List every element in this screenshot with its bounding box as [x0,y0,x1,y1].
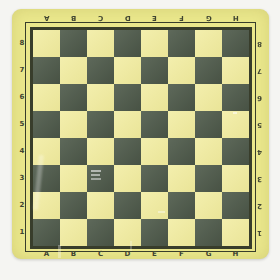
rank-labels-right: 87654321 [252,30,266,246]
square-b1[interactable] [60,219,87,246]
square-c2[interactable] [87,192,114,219]
coordinate-label: 6 [15,84,29,111]
square-a7[interactable] [33,57,60,84]
coordinate-label: 1 [252,219,266,246]
square-c3[interactable] [87,165,114,192]
square-b7[interactable] [60,57,87,84]
coordinate-label: H [222,10,249,25]
photo-background: ABCDEFGH ABCDEFGH 87654321 87654321 [0,0,280,280]
coordinate-label: 8 [15,30,29,57]
coordinate-label: 3 [252,165,266,192]
square-g3[interactable] [195,165,222,192]
square-d6[interactable] [114,84,141,111]
square-e1[interactable] [141,219,168,246]
square-c7[interactable] [87,57,114,84]
square-f1[interactable] [168,219,195,246]
file-labels-top: ABCDEFGH [33,10,249,25]
square-e3[interactable] [141,165,168,192]
square-e8[interactable] [141,30,168,57]
square-a5[interactable] [33,111,60,138]
square-a2[interactable] [33,192,60,219]
coordinate-label: G [195,10,222,25]
square-d2[interactable] [114,192,141,219]
square-h4[interactable] [222,138,249,165]
coordinate-label: 5 [252,111,266,138]
square-b2[interactable] [60,192,87,219]
coordinate-label: 7 [252,57,266,84]
square-e5[interactable] [141,111,168,138]
square-f8[interactable] [168,30,195,57]
coordinate-label: 1 [15,219,29,246]
square-f3[interactable] [168,165,195,192]
coordinate-label: B [60,10,87,25]
square-h5[interactable] [222,111,249,138]
square-h8[interactable] [222,30,249,57]
square-h3[interactable] [222,165,249,192]
square-h1[interactable] [222,219,249,246]
square-a1[interactable] [33,219,60,246]
coordinate-label: 6 [252,84,266,111]
chess-board-mat: ABCDEFGH ABCDEFGH 87654321 87654321 [12,9,269,259]
coordinate-label: C [87,10,114,25]
square-a8[interactable] [33,30,60,57]
square-b5[interactable] [60,111,87,138]
square-b6[interactable] [60,84,87,111]
square-d7[interactable] [114,57,141,84]
coordinate-label: 4 [15,138,29,165]
square-f4[interactable] [168,138,195,165]
square-d4[interactable] [114,138,141,165]
square-g6[interactable] [195,84,222,111]
square-c4[interactable] [87,138,114,165]
coordinate-label: 4 [252,138,266,165]
coordinate-label: G [195,249,222,259]
square-g1[interactable] [195,219,222,246]
coordinate-label: H [222,249,249,259]
square-e7[interactable] [141,57,168,84]
square-c1[interactable] [87,219,114,246]
square-b3[interactable] [60,165,87,192]
coordinate-label: 7 [15,57,29,84]
square-g2[interactable] [195,192,222,219]
square-b8[interactable] [60,30,87,57]
square-e6[interactable] [141,84,168,111]
square-a6[interactable] [33,84,60,111]
square-b4[interactable] [60,138,87,165]
square-d5[interactable] [114,111,141,138]
square-c8[interactable] [87,30,114,57]
coordinate-label: A [33,249,60,259]
square-c6[interactable] [87,84,114,111]
coordinate-label: F [168,10,195,25]
square-g4[interactable] [195,138,222,165]
square-f5[interactable] [168,111,195,138]
square-c5[interactable] [87,111,114,138]
square-h7[interactable] [222,57,249,84]
square-d8[interactable] [114,30,141,57]
square-f6[interactable] [168,84,195,111]
square-h6[interactable] [222,84,249,111]
coordinate-label: 5 [15,111,29,138]
coordinate-label: C [87,249,114,259]
board-grid [33,30,249,246]
square-g7[interactable] [195,57,222,84]
square-a4[interactable] [33,138,60,165]
coordinate-label: 2 [252,192,266,219]
coordinate-label: D [114,10,141,25]
coordinate-label: F [168,249,195,259]
square-d3[interactable] [114,165,141,192]
square-g5[interactable] [195,111,222,138]
square-f7[interactable] [168,57,195,84]
square-e2[interactable] [141,192,168,219]
square-e4[interactable] [141,138,168,165]
square-g8[interactable] [195,30,222,57]
coordinate-label: B [60,249,87,259]
coordinate-label: A [33,10,60,25]
square-h2[interactable] [222,192,249,219]
coordinate-label: 8 [252,30,266,57]
coordinate-label: E [141,249,168,259]
file-labels-bottom: ABCDEFGH [33,249,249,259]
square-a3[interactable] [33,165,60,192]
coordinate-label: 3 [15,165,29,192]
coordinate-label: D [114,249,141,259]
square-d1[interactable] [114,219,141,246]
coordinate-label: E [141,10,168,25]
coordinate-label: 2 [15,192,29,219]
square-f2[interactable] [168,192,195,219]
inner-frame-line [30,27,252,249]
rank-labels-left: 87654321 [15,30,29,246]
